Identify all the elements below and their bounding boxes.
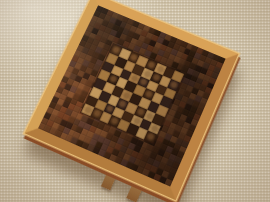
photo-scene xyxy=(0,0,270,202)
mosaic-block xyxy=(165,179,173,187)
